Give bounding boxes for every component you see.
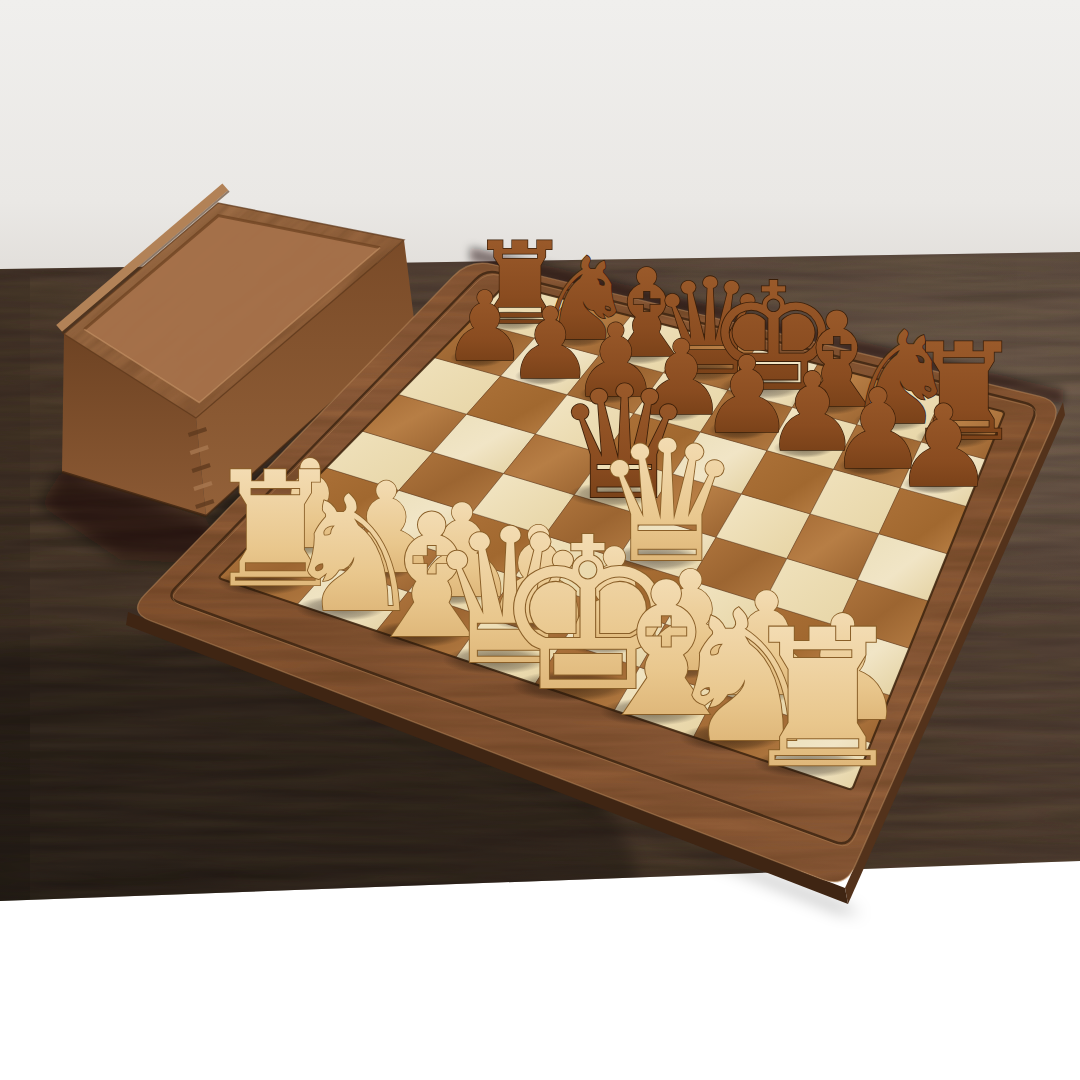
piece-black-pawn-h7[interactable]: ♟ [893,381,995,513]
product-photo: ♜♞♝♟♛♟♚♟♝♟♞♟♜♟♟♟♛♟♛♟♜♟♞♟♝♟♛♟♚♟♝♟♞♜ [0,0,1080,1080]
chess-set-scene: ♜♞♝♟♛♟♚♟♝♟♞♟♜♟♟♟♛♟♛♟♜♟♞♟♝♟♛♟♚♟♝♟♞♜ [0,0,1080,1080]
piece-white-rook-h1[interactable]: ♜ [737,589,907,810]
